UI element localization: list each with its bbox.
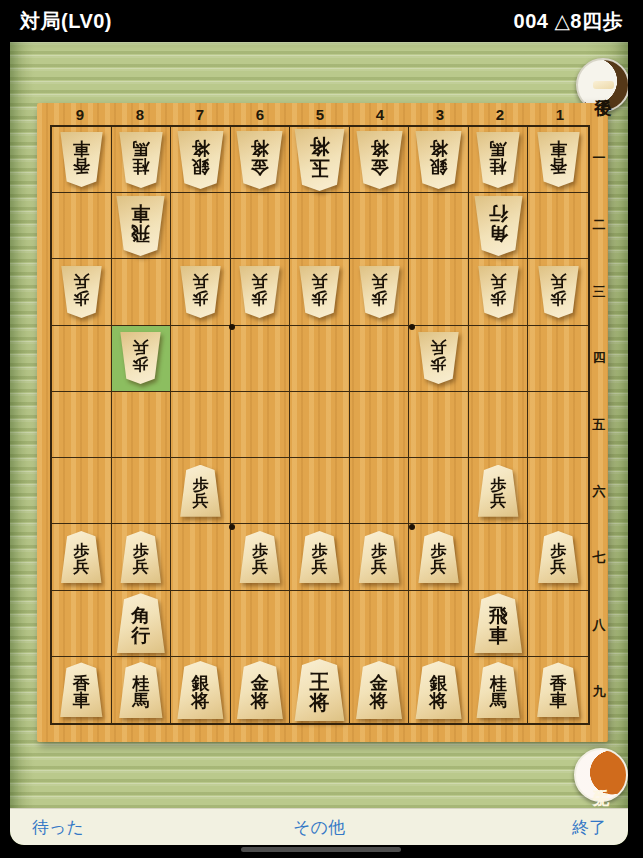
piece-face: 歩兵 bbox=[358, 266, 401, 318]
hoshi-dot bbox=[409, 524, 415, 530]
piece-gote-桂馬[interactable]: 桂馬 bbox=[475, 132, 521, 188]
square-7四[interactable] bbox=[171, 326, 231, 392]
square-3七[interactable]: 歩兵 bbox=[409, 524, 469, 590]
piece-gote-金将[interactable]: 金将 bbox=[355, 131, 404, 189]
piece-gote-玉将[interactable]: 玉将 bbox=[293, 129, 346, 191]
piece-face: 歩兵 bbox=[238, 531, 281, 583]
file-label-7: 7 bbox=[170, 103, 230, 125]
sente-badge: 先手 bbox=[574, 748, 628, 802]
quit-button[interactable]: 終了 bbox=[572, 816, 606, 839]
rank-label: 五 bbox=[590, 392, 608, 459]
title-bar: 対局(LV0) 004 △8四歩 bbox=[0, 0, 643, 42]
piece-sente-歩兵[interactable]: 歩兵 bbox=[358, 531, 401, 583]
square-1六[interactable] bbox=[528, 458, 588, 524]
square-3二[interactable] bbox=[409, 193, 469, 259]
square-4三[interactable]: 歩兵 bbox=[350, 259, 410, 325]
piece-sente-歩兵[interactable]: 歩兵 bbox=[60, 531, 103, 583]
square-1七[interactable]: 歩兵 bbox=[528, 524, 588, 590]
piece-face: 桂馬 bbox=[475, 662, 521, 718]
square-3三[interactable] bbox=[409, 259, 469, 325]
square-3六[interactable] bbox=[409, 458, 469, 524]
rank-labels: 一二三四五六七八九 bbox=[590, 125, 608, 725]
square-2一[interactable]: 桂馬 bbox=[469, 127, 529, 193]
square-2五[interactable] bbox=[469, 392, 529, 458]
piece-face: 香車 bbox=[536, 662, 581, 717]
square-8五[interactable] bbox=[112, 392, 172, 458]
piece-face: 金将 bbox=[355, 661, 404, 719]
square-2二[interactable]: 角行 bbox=[469, 193, 529, 259]
piece-gote-桂馬[interactable]: 桂馬 bbox=[118, 132, 164, 188]
gote-badge-label: 後手 bbox=[593, 81, 614, 89]
square-5一[interactable]: 玉将 bbox=[290, 127, 350, 193]
square-5三[interactable]: 歩兵 bbox=[290, 259, 350, 325]
piece-sente-王将[interactable]: 王将 bbox=[293, 659, 346, 721]
square-3一[interactable]: 銀将 bbox=[409, 127, 469, 193]
square-6六[interactable] bbox=[231, 458, 291, 524]
square-7二[interactable] bbox=[171, 193, 231, 259]
piece-face: 歩兵 bbox=[358, 531, 401, 583]
rank-label: 八 bbox=[590, 592, 608, 659]
square-5五[interactable] bbox=[290, 392, 350, 458]
square-8二[interactable]: 飛車 bbox=[112, 193, 172, 259]
piece-face: 歩兵 bbox=[477, 465, 520, 517]
square-4一[interactable]: 金将 bbox=[350, 127, 410, 193]
file-labels: 987654321 bbox=[50, 103, 590, 125]
square-5八[interactable] bbox=[290, 591, 350, 657]
hoshi-dot bbox=[409, 324, 415, 330]
piece-sente-金将[interactable]: 金将 bbox=[235, 661, 284, 719]
file-label-6: 6 bbox=[230, 103, 290, 125]
file-label-8: 8 bbox=[110, 103, 170, 125]
shogi-board: 987654321 一二三四五六七八九 香車桂馬銀将金将玉将金将銀将桂馬香車飛車… bbox=[37, 103, 608, 742]
piece-face: 香車 bbox=[59, 662, 104, 717]
rank-label: 六 bbox=[590, 458, 608, 525]
square-5二[interactable] bbox=[290, 193, 350, 259]
square-6五[interactable] bbox=[231, 392, 291, 458]
piece-sente-飛車[interactable]: 飛車 bbox=[473, 593, 524, 653]
square-3四[interactable]: 歩兵 bbox=[409, 326, 469, 392]
piece-face: 玉将 bbox=[293, 129, 346, 191]
piece-face: 歩兵 bbox=[537, 266, 580, 318]
square-8一[interactable]: 桂馬 bbox=[112, 127, 172, 193]
piece-gote-歩兵[interactable]: 歩兵 bbox=[60, 266, 103, 318]
piece-gote-歩兵[interactable]: 歩兵 bbox=[298, 266, 341, 318]
piece-gote-歩兵[interactable]: 歩兵 bbox=[417, 332, 460, 384]
square-1四[interactable] bbox=[528, 326, 588, 392]
square-6九[interactable]: 金将 bbox=[231, 657, 291, 723]
square-8四[interactable]: 歩兵 bbox=[112, 326, 172, 392]
square-1九[interactable]: 香車 bbox=[528, 657, 588, 723]
square-7三[interactable]: 歩兵 bbox=[171, 259, 231, 325]
piece-sente-銀将[interactable]: 銀将 bbox=[414, 661, 463, 719]
square-2七[interactable] bbox=[469, 524, 529, 590]
square-5七[interactable]: 歩兵 bbox=[290, 524, 350, 590]
square-6一[interactable]: 金将 bbox=[231, 127, 291, 193]
piece-sente-歩兵[interactable]: 歩兵 bbox=[119, 531, 162, 583]
piece-gote-歩兵[interactable]: 歩兵 bbox=[537, 266, 580, 318]
square-4九[interactable]: 金将 bbox=[350, 657, 410, 723]
square-4五[interactable] bbox=[350, 392, 410, 458]
square-2三[interactable]: 歩兵 bbox=[469, 259, 529, 325]
square-3五[interactable] bbox=[409, 392, 469, 458]
square-2九[interactable]: 桂馬 bbox=[469, 657, 529, 723]
piece-face: 銀将 bbox=[176, 661, 225, 719]
square-9九[interactable]: 香車 bbox=[52, 657, 112, 723]
piece-face: 銀将 bbox=[414, 131, 463, 189]
piece-face: 歩兵 bbox=[537, 531, 580, 583]
piece-face: 飛車 bbox=[473, 593, 524, 653]
piece-face: 銀将 bbox=[176, 131, 225, 189]
piece-face: 歩兵 bbox=[60, 531, 103, 583]
piece-sente-歩兵[interactable]: 歩兵 bbox=[179, 465, 222, 517]
piece-gote-歩兵[interactable]: 歩兵 bbox=[238, 266, 281, 318]
app-screen: 対局(LV0) 004 △8四歩 後手 987654321 一二三四五六七八九 … bbox=[0, 0, 643, 858]
piece-face: 歩兵 bbox=[417, 332, 460, 384]
file-label-1: 1 bbox=[530, 103, 590, 125]
square-6七[interactable]: 歩兵 bbox=[231, 524, 291, 590]
square-2八[interactable]: 飛車 bbox=[469, 591, 529, 657]
piece-gote-歩兵[interactable]: 歩兵 bbox=[477, 266, 520, 318]
piece-face: 桂馬 bbox=[475, 132, 521, 188]
piece-gote-銀将[interactable]: 銀将 bbox=[176, 131, 225, 189]
square-6二[interactable] bbox=[231, 193, 291, 259]
square-8九[interactable]: 桂馬 bbox=[112, 657, 172, 723]
piece-face: 歩兵 bbox=[238, 266, 281, 318]
rank-label: 四 bbox=[590, 325, 608, 392]
square-9四[interactable] bbox=[52, 326, 112, 392]
rank-label: 二 bbox=[590, 192, 608, 259]
piece-gote-歩兵[interactable]: 歩兵 bbox=[179, 266, 222, 318]
square-8六[interactable] bbox=[112, 458, 172, 524]
square-7五[interactable] bbox=[171, 392, 231, 458]
square-9三[interactable]: 歩兵 bbox=[52, 259, 112, 325]
piece-face: 歩兵 bbox=[119, 332, 162, 384]
square-4二[interactable] bbox=[350, 193, 410, 259]
piece-sente-香車[interactable]: 香車 bbox=[536, 662, 581, 717]
square-7七[interactable] bbox=[171, 524, 231, 590]
square-5四[interactable] bbox=[290, 326, 350, 392]
square-8八[interactable]: 角行 bbox=[112, 591, 172, 657]
square-1三[interactable]: 歩兵 bbox=[528, 259, 588, 325]
square-5六[interactable] bbox=[290, 458, 350, 524]
square-3九[interactable]: 銀将 bbox=[409, 657, 469, 723]
piece-sente-桂馬[interactable]: 桂馬 bbox=[475, 662, 521, 718]
board-grid[interactable]: 香車桂馬銀将金将玉将金将銀将桂馬香車飛車角行歩兵歩兵歩兵歩兵歩兵歩兵歩兵歩兵歩兵… bbox=[50, 125, 590, 725]
square-9一[interactable]: 香車 bbox=[52, 127, 112, 193]
square-1一[interactable]: 香車 bbox=[528, 127, 588, 193]
piece-sente-金将[interactable]: 金将 bbox=[355, 661, 404, 719]
square-4七[interactable]: 歩兵 bbox=[350, 524, 410, 590]
piece-sente-歩兵[interactable]: 歩兵 bbox=[477, 465, 520, 517]
piece-sente-香車[interactable]: 香車 bbox=[59, 662, 104, 717]
piece-face: 金将 bbox=[235, 131, 284, 189]
rank-label: 七 bbox=[590, 525, 608, 592]
square-4四[interactable] bbox=[350, 326, 410, 392]
piece-sente-桂馬[interactable]: 桂馬 bbox=[118, 662, 164, 718]
piece-sente-歩兵[interactable]: 歩兵 bbox=[417, 531, 460, 583]
square-9二[interactable] bbox=[52, 193, 112, 259]
piece-sente-歩兵[interactable]: 歩兵 bbox=[537, 531, 580, 583]
piece-face: 歩兵 bbox=[477, 266, 520, 318]
undo-button[interactable]: 待った bbox=[32, 816, 84, 839]
piece-sente-歩兵[interactable]: 歩兵 bbox=[238, 531, 281, 583]
square-4八[interactable] bbox=[350, 591, 410, 657]
piece-sente-歩兵[interactable]: 歩兵 bbox=[298, 531, 341, 583]
piece-sente-角行[interactable]: 角行 bbox=[115, 593, 166, 653]
piece-face: 歩兵 bbox=[179, 465, 222, 517]
piece-gote-銀将[interactable]: 銀将 bbox=[414, 131, 463, 189]
piece-face: 飛車 bbox=[115, 196, 166, 256]
square-7六[interactable]: 歩兵 bbox=[171, 458, 231, 524]
hoshi-dot bbox=[229, 324, 235, 330]
piece-gote-飛車[interactable]: 飛車 bbox=[115, 196, 166, 256]
piece-gote-香車[interactable]: 香車 bbox=[59, 132, 104, 187]
piece-face: 角行 bbox=[473, 196, 524, 256]
piece-face: 香車 bbox=[536, 132, 581, 187]
piece-face: 歩兵 bbox=[119, 531, 162, 583]
piece-face: 金将 bbox=[355, 131, 404, 189]
home-indicator[interactable] bbox=[241, 847, 401, 852]
square-8三[interactable] bbox=[112, 259, 172, 325]
file-label-3: 3 bbox=[410, 103, 470, 125]
rank-label: 三 bbox=[590, 258, 608, 325]
move-counter: 004 △8四歩 bbox=[514, 8, 623, 35]
square-9八[interactable] bbox=[52, 591, 112, 657]
piece-sente-銀将[interactable]: 銀将 bbox=[176, 661, 225, 719]
file-label-9: 9 bbox=[50, 103, 110, 125]
square-6四[interactable] bbox=[231, 326, 291, 392]
square-5九[interactable]: 王将 bbox=[290, 657, 350, 723]
piece-face: 銀将 bbox=[414, 661, 463, 719]
square-9七[interactable]: 歩兵 bbox=[52, 524, 112, 590]
square-4六[interactable] bbox=[350, 458, 410, 524]
square-6八[interactable] bbox=[231, 591, 291, 657]
bottom-toolbar: 待った その他 終了 bbox=[10, 808, 628, 845]
piece-face: 歩兵 bbox=[298, 531, 341, 583]
square-8七[interactable]: 歩兵 bbox=[112, 524, 172, 590]
piece-gote-歩兵[interactable]: 歩兵 bbox=[358, 266, 401, 318]
square-3八[interactable] bbox=[409, 591, 469, 657]
file-label-5: 5 bbox=[290, 103, 350, 125]
piece-face: 桂馬 bbox=[118, 132, 164, 188]
square-7一[interactable]: 銀将 bbox=[171, 127, 231, 193]
piece-gote-歩兵[interactable]: 歩兵 bbox=[119, 332, 162, 384]
piece-face: 角行 bbox=[115, 593, 166, 653]
square-7八[interactable] bbox=[171, 591, 231, 657]
piece-face: 王将 bbox=[293, 659, 346, 721]
file-label-2: 2 bbox=[470, 103, 530, 125]
piece-face: 歩兵 bbox=[298, 266, 341, 318]
piece-face: 桂馬 bbox=[118, 662, 164, 718]
square-2六[interactable]: 歩兵 bbox=[469, 458, 529, 524]
other-button[interactable]: その他 bbox=[10, 816, 628, 839]
square-9六[interactable] bbox=[52, 458, 112, 524]
square-1二[interactable] bbox=[528, 193, 588, 259]
rank-label: 九 bbox=[590, 658, 608, 725]
piece-face: 歩兵 bbox=[417, 531, 460, 583]
hoshi-dot bbox=[229, 524, 235, 530]
piece-face: 歩兵 bbox=[179, 266, 222, 318]
square-7九[interactable]: 銀将 bbox=[171, 657, 231, 723]
piece-gote-香車[interactable]: 香車 bbox=[536, 132, 581, 187]
piece-face: 歩兵 bbox=[60, 266, 103, 318]
game-mode-title: 対局(LV0) bbox=[20, 8, 112, 35]
square-1五[interactable] bbox=[528, 392, 588, 458]
file-label-4: 4 bbox=[350, 103, 410, 125]
piece-gote-金将[interactable]: 金将 bbox=[235, 131, 284, 189]
rank-label: 一 bbox=[590, 125, 608, 192]
piece-face: 香車 bbox=[59, 132, 104, 187]
square-6三[interactable]: 歩兵 bbox=[231, 259, 291, 325]
piece-gote-角行[interactable]: 角行 bbox=[473, 196, 524, 256]
piece-face: 金将 bbox=[235, 661, 284, 719]
square-1八[interactable] bbox=[528, 591, 588, 657]
square-2四[interactable] bbox=[469, 326, 529, 392]
square-9五[interactable] bbox=[52, 392, 112, 458]
tatami-background: 後手 987654321 一二三四五六七八九 香車桂馬銀将金将玉将金将銀将桂馬香… bbox=[10, 42, 628, 845]
